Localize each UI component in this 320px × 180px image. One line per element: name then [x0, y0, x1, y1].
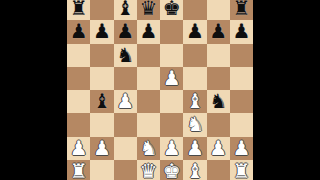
square-e7[interactable]	[160, 20, 183, 43]
square-b3[interactable]	[90, 113, 113, 136]
square-b4[interactable]: ♝	[90, 90, 113, 113]
square-b8[interactable]	[90, 0, 113, 20]
square-e6[interactable]	[160, 44, 183, 67]
square-d1[interactable]: ♛	[137, 160, 160, 180]
black-pawn[interactable]: ♟	[67, 20, 90, 43]
square-h3[interactable]	[230, 113, 253, 136]
square-h4[interactable]	[230, 90, 253, 113]
square-e1[interactable]: ♚	[160, 160, 183, 180]
square-a2[interactable]: ♟	[67, 137, 90, 160]
square-d8[interactable]: ♛	[137, 0, 160, 20]
square-a8[interactable]: ♜	[67, 0, 90, 20]
square-f2[interactable]: ♟	[183, 137, 206, 160]
chess-board: ♜♝♛♚♜♟♟♟♟♟♟♟♞♟♝♟♝♞♞♟♟♞♟♟♟♟♜♛♚♝♜	[67, 0, 253, 180]
square-g5[interactable]	[207, 67, 230, 90]
square-f5[interactable]	[183, 67, 206, 90]
black-bishop[interactable]: ♝	[90, 90, 113, 113]
white-knight[interactable]: ♞	[137, 137, 160, 160]
white-knight[interactable]: ♞	[183, 113, 206, 136]
white-pawn[interactable]: ♟	[160, 137, 183, 160]
square-d2[interactable]: ♞	[137, 137, 160, 160]
white-rook[interactable]: ♜	[67, 160, 90, 180]
square-d4[interactable]	[137, 90, 160, 113]
letterbox-left	[0, 0, 67, 180]
square-g6[interactable]	[207, 44, 230, 67]
white-bishop[interactable]: ♝	[183, 90, 206, 113]
black-pawn[interactable]: ♟	[114, 20, 137, 43]
square-a5[interactable]	[67, 67, 90, 90]
square-c7[interactable]: ♟	[114, 20, 137, 43]
square-a4[interactable]	[67, 90, 90, 113]
white-queen[interactable]: ♛	[137, 160, 160, 180]
square-e8[interactable]: ♚	[160, 0, 183, 20]
black-pawn[interactable]: ♟	[207, 20, 230, 43]
square-b6[interactable]	[90, 44, 113, 67]
square-g3[interactable]	[207, 113, 230, 136]
black-pawn[interactable]: ♟	[137, 20, 160, 43]
square-f6[interactable]	[183, 44, 206, 67]
square-h6[interactable]	[230, 44, 253, 67]
square-b5[interactable]	[90, 67, 113, 90]
square-d6[interactable]	[137, 44, 160, 67]
white-pawn[interactable]: ♟	[183, 137, 206, 160]
square-h2[interactable]: ♟	[230, 137, 253, 160]
white-pawn[interactable]: ♟	[67, 137, 90, 160]
square-e4[interactable]	[160, 90, 183, 113]
square-c8[interactable]: ♝	[114, 0, 137, 20]
square-g4[interactable]: ♞	[207, 90, 230, 113]
square-c5[interactable]	[114, 67, 137, 90]
square-e2[interactable]: ♟	[160, 137, 183, 160]
square-b7[interactable]: ♟	[90, 20, 113, 43]
white-pawn[interactable]: ♟	[230, 137, 253, 160]
white-king[interactable]: ♚	[160, 160, 183, 180]
white-pawn[interactable]: ♟	[160, 67, 183, 90]
black-rook[interactable]: ♜	[67, 0, 90, 20]
square-h8[interactable]: ♜	[230, 0, 253, 20]
square-d7[interactable]: ♟	[137, 20, 160, 43]
black-knight[interactable]: ♞	[114, 44, 137, 67]
square-f4[interactable]: ♝	[183, 90, 206, 113]
black-pawn[interactable]: ♟	[90, 20, 113, 43]
square-g2[interactable]: ♟	[207, 137, 230, 160]
square-c1[interactable]	[114, 160, 137, 180]
square-a1[interactable]: ♜	[67, 160, 90, 180]
square-b2[interactable]: ♟	[90, 137, 113, 160]
black-bishop[interactable]: ♝	[114, 0, 137, 20]
white-pawn[interactable]: ♟	[90, 137, 113, 160]
black-queen[interactable]: ♛	[137, 0, 160, 20]
letterbox-right	[253, 0, 320, 180]
black-pawn[interactable]: ♟	[183, 20, 206, 43]
square-a7[interactable]: ♟	[67, 20, 90, 43]
square-c6[interactable]: ♞	[114, 44, 137, 67]
square-c3[interactable]	[114, 113, 137, 136]
square-e3[interactable]	[160, 113, 183, 136]
white-rook[interactable]: ♜	[230, 160, 253, 180]
black-rook[interactable]: ♜	[230, 0, 253, 20]
square-h1[interactable]: ♜	[230, 160, 253, 180]
square-f1[interactable]: ♝	[183, 160, 206, 180]
black-knight[interactable]: ♞	[207, 90, 230, 113]
square-c2[interactable]	[114, 137, 137, 160]
square-b1[interactable]	[90, 160, 113, 180]
square-d5[interactable]	[137, 67, 160, 90]
square-g1[interactable]	[207, 160, 230, 180]
square-e5[interactable]: ♟	[160, 67, 183, 90]
chess-app-viewport: ♜♝♛♚♜♟♟♟♟♟♟♟♞♟♝♟♝♞♞♟♟♞♟♟♟♟♜♛♚♝♜	[0, 0, 320, 180]
white-bishop[interactable]: ♝	[183, 160, 206, 180]
white-pawn[interactable]: ♟	[114, 90, 137, 113]
black-king[interactable]: ♚	[160, 0, 183, 20]
white-pawn[interactable]: ♟	[207, 137, 230, 160]
square-h7[interactable]: ♟	[230, 20, 253, 43]
square-c4[interactable]: ♟	[114, 90, 137, 113]
square-f3[interactable]: ♞	[183, 113, 206, 136]
square-a3[interactable]	[67, 113, 90, 136]
black-pawn[interactable]: ♟	[230, 20, 253, 43]
square-g8[interactable]	[207, 0, 230, 20]
square-d3[interactable]	[137, 113, 160, 136]
square-g7[interactable]: ♟	[207, 20, 230, 43]
square-a6[interactable]	[67, 44, 90, 67]
square-h5[interactable]	[230, 67, 253, 90]
square-f8[interactable]	[183, 0, 206, 20]
square-f7[interactable]: ♟	[183, 20, 206, 43]
